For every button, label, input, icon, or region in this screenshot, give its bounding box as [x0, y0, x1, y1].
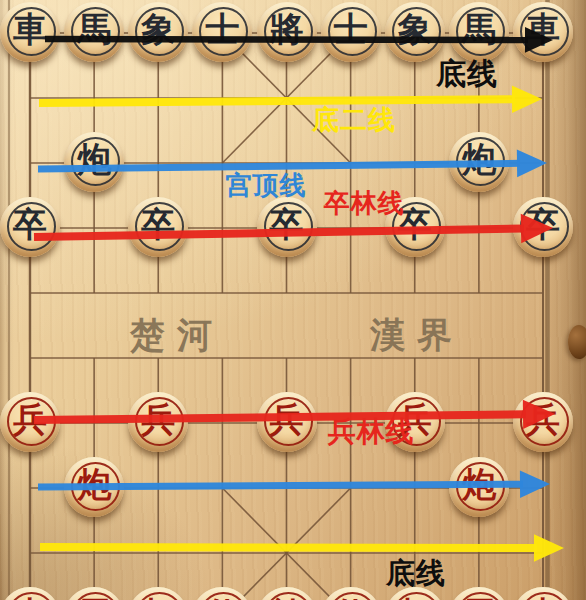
yellow-second-line-arrow-top	[39, 99, 515, 103]
label-palace-top-line: 宫顶线	[226, 168, 307, 203]
label-red-pawn-line: 兵林线	[328, 413, 415, 451]
black-baseline-arrow-top-head	[525, 27, 553, 53]
xiangqi-board: 楚河 漢界 車馬象士將士象馬車炮炮卒卒卒卒卒兵兵兵兵兵炮炮車馬相仕帥仕相馬車 底…	[0, 0, 586, 600]
annotation-arrows	[0, 0, 586, 600]
red-pawn-line-arrow-black-side	[34, 229, 524, 237]
yellow-baseline-arrow-bottom-head	[534, 534, 564, 562]
yellow-baseline-arrow-bottom	[40, 547, 537, 548]
red-pawn-line-arrow-red-side	[34, 414, 526, 420]
blue-palace-top-line-arrow-red-side-head	[520, 470, 550, 498]
black-baseline-arrow-top	[45, 39, 528, 40]
label-black-pawn-line: 卒林线	[324, 186, 405, 221]
label-baseline-bottom: 底线	[386, 554, 446, 594]
label-second-line: 底二线	[312, 102, 396, 138]
label-baseline-top: 底线	[436, 54, 498, 95]
blue-palace-top-line-arrow-black-side-head	[517, 150, 547, 178]
red-pawn-line-arrow-black-side-head	[521, 214, 553, 243]
red-pawn-line-arrow-red-side-head	[523, 400, 555, 429]
yellow-second-line-arrow-top-head	[512, 85, 542, 113]
blue-palace-top-line-arrow-red-side	[38, 484, 523, 487]
